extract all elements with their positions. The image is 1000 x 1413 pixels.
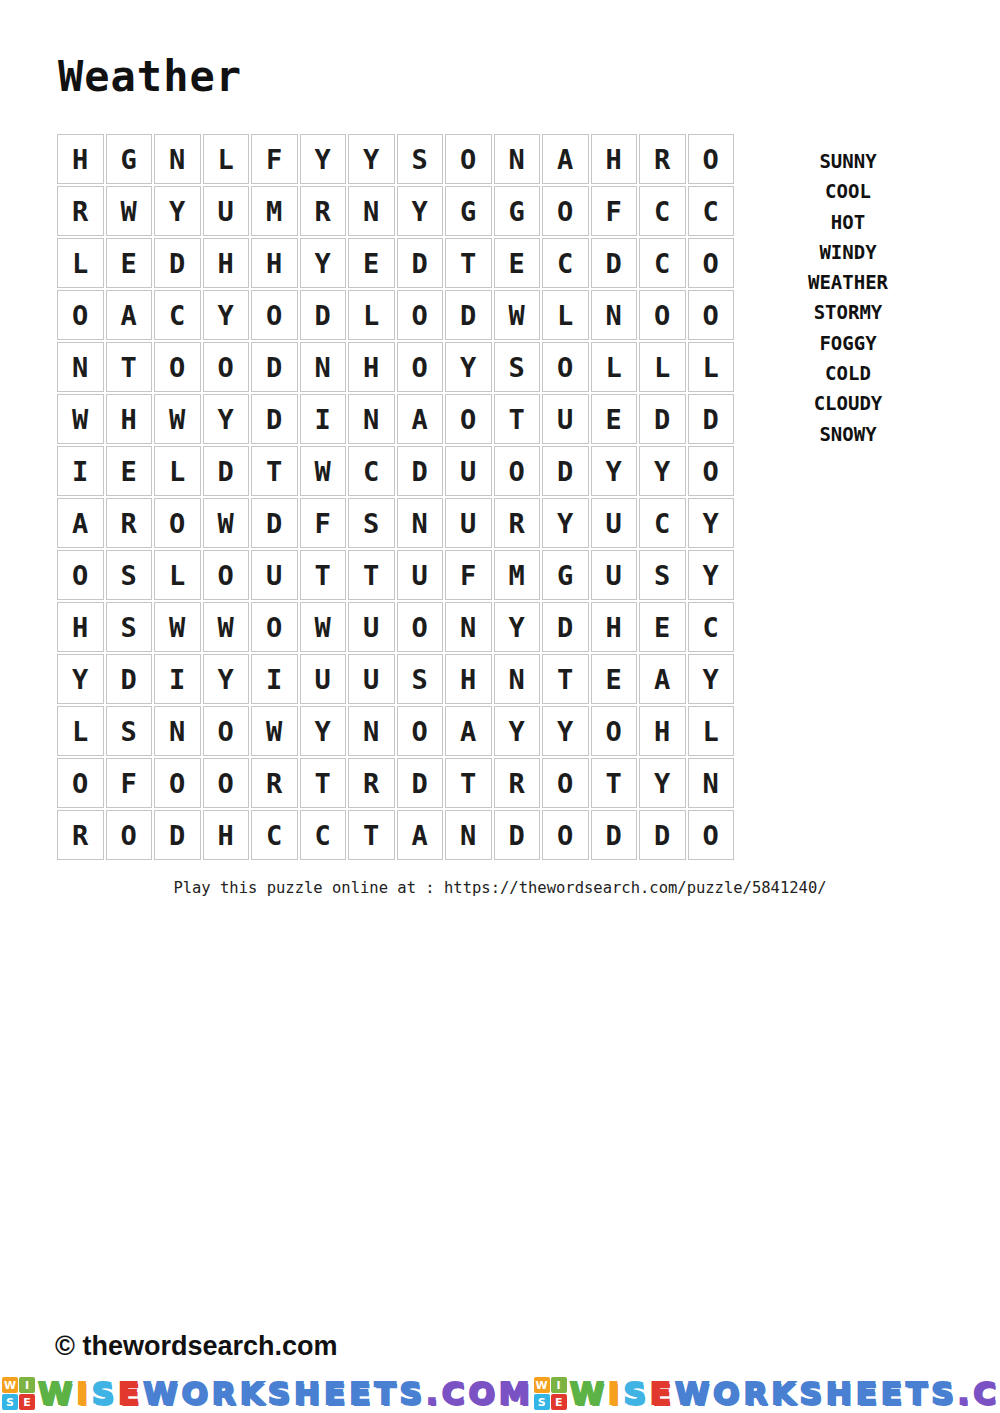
logo-square-i: I bbox=[551, 1377, 567, 1393]
brand-letter: K bbox=[240, 1375, 268, 1411]
grid-cell[interactable]: Y bbox=[154, 186, 201, 236]
grid-cell[interactable]: U bbox=[591, 550, 638, 600]
grid-cell[interactable]: L bbox=[639, 342, 686, 392]
grid-cell[interactable]: E bbox=[494, 238, 541, 288]
grid-cell[interactable]: D bbox=[445, 290, 492, 340]
grid-cell[interactable]: W bbox=[203, 602, 250, 652]
grid-cell[interactable]: L bbox=[591, 342, 638, 392]
grid-cell[interactable]: C bbox=[639, 498, 686, 548]
grid-cell[interactable]: D bbox=[591, 810, 638, 860]
grid-cell[interactable]: S bbox=[397, 134, 444, 184]
grid-cell[interactable]: E bbox=[106, 446, 153, 496]
grid-cell[interactable]: R bbox=[494, 758, 541, 808]
grid-cell[interactable]: F bbox=[300, 498, 347, 548]
grid-cell[interactable]: F bbox=[445, 550, 492, 600]
grid-cell[interactable]: O bbox=[57, 758, 104, 808]
brand-letter: R bbox=[743, 1375, 771, 1411]
grid-cell[interactable]: N bbox=[154, 134, 201, 184]
brand-letter: O bbox=[181, 1375, 211, 1411]
grid-cell[interactable]: Y bbox=[300, 238, 347, 288]
grid-cell[interactable]: O bbox=[494, 446, 541, 496]
grid-cell[interactable]: T bbox=[445, 238, 492, 288]
brand-letter: T bbox=[906, 1375, 931, 1411]
grid-cell[interactable]: O bbox=[154, 342, 201, 392]
grid-cell[interactable]: C bbox=[300, 810, 347, 860]
word-list: SUNNYCOOLHOTWINDYWEATHERSTORMYFOGGYCOLDC… bbox=[742, 146, 954, 449]
grid-cell[interactable]: Y bbox=[445, 342, 492, 392]
grid-cell[interactable]: S bbox=[106, 602, 153, 652]
grid-cell[interactable]: L bbox=[203, 134, 250, 184]
brand-letter: S bbox=[400, 1375, 426, 1411]
grid-cell[interactable]: L bbox=[348, 290, 395, 340]
grid-cell[interactable]: D bbox=[154, 238, 201, 288]
grid-cell[interactable]: H bbox=[57, 134, 104, 184]
grid-cell[interactable]: Y bbox=[57, 654, 104, 704]
grid-cell[interactable]: E bbox=[106, 238, 153, 288]
grid-cell[interactable]: D bbox=[251, 498, 298, 548]
grid-cell[interactable]: I bbox=[154, 654, 201, 704]
grid-cell[interactable]: D bbox=[203, 446, 250, 496]
grid-cell[interactable]: F bbox=[106, 758, 153, 808]
grid-cell[interactable]: O bbox=[251, 290, 298, 340]
grid-cell[interactable]: Y bbox=[348, 134, 395, 184]
brand-letter: E bbox=[856, 1375, 881, 1411]
grid-cell[interactable]: Y bbox=[300, 134, 347, 184]
grid-cell[interactable]: O bbox=[57, 550, 104, 600]
grid-cell[interactable]: O bbox=[445, 394, 492, 444]
grid-cell[interactable]: D bbox=[542, 602, 589, 652]
grid-cell[interactable]: W bbox=[203, 498, 250, 548]
word-list-item: STORMY bbox=[742, 297, 954, 327]
grid-cell[interactable]: O bbox=[688, 446, 735, 496]
grid-cell[interactable]: S bbox=[106, 706, 153, 756]
brand-wordmark: WISEWORKSHEETS.COM bbox=[570, 1374, 1000, 1413]
brand-letter: H bbox=[294, 1375, 324, 1411]
grid-cell[interactable]: H bbox=[445, 654, 492, 704]
grid-cell[interactable]: D bbox=[397, 446, 444, 496]
grid-cell[interactable]: A bbox=[397, 810, 444, 860]
grid-cell[interactable]: N bbox=[445, 602, 492, 652]
word-list-item: FOGGY bbox=[742, 328, 954, 358]
grid-cell[interactable]: I bbox=[251, 654, 298, 704]
grid-cell[interactable]: Y bbox=[688, 550, 735, 600]
grid-cell[interactable]: U bbox=[348, 602, 395, 652]
grid-cell[interactable]: G bbox=[106, 134, 153, 184]
grid-cell[interactable]: E bbox=[591, 394, 638, 444]
grid-cell[interactable]: O bbox=[57, 290, 104, 340]
grid-cell[interactable]: R bbox=[251, 758, 298, 808]
brand-letter: R bbox=[212, 1375, 240, 1411]
grid-cell[interactable]: Y bbox=[591, 446, 638, 496]
logo-square-e: E bbox=[19, 1394, 35, 1410]
grid-cell[interactable]: L bbox=[542, 290, 589, 340]
grid-cell[interactable]: O bbox=[203, 706, 250, 756]
brand-letter: W bbox=[143, 1375, 181, 1411]
grid-cell[interactable]: M bbox=[494, 550, 541, 600]
grid-cell[interactable]: N bbox=[494, 134, 541, 184]
grid-cell[interactable]: T bbox=[542, 654, 589, 704]
grid-cell[interactable]: O bbox=[542, 186, 589, 236]
grid-cell[interactable]: O bbox=[397, 290, 444, 340]
grid-cell[interactable]: D bbox=[106, 654, 153, 704]
grid-cell[interactable]: N bbox=[154, 706, 201, 756]
brand-letter: S bbox=[268, 1375, 294, 1411]
grid-cell[interactable]: R bbox=[300, 186, 347, 236]
word-list-item: COLD bbox=[742, 358, 954, 388]
grid-cell[interactable]: O bbox=[445, 134, 492, 184]
grid-cell[interactable]: U bbox=[445, 446, 492, 496]
word-list-item: WEATHER bbox=[742, 267, 954, 297]
grid-cell[interactable]: I bbox=[300, 394, 347, 444]
grid-cell[interactable]: Y bbox=[542, 498, 589, 548]
grid-cell[interactable]: T bbox=[445, 758, 492, 808]
grid-cell[interactable]: R bbox=[348, 758, 395, 808]
grid-cell[interactable]: D bbox=[397, 238, 444, 288]
grid-cell[interactable]: I bbox=[57, 446, 104, 496]
grid-cell[interactable]: N bbox=[348, 706, 395, 756]
grid-cell[interactable]: T bbox=[348, 550, 395, 600]
grid-cell[interactable]: G bbox=[494, 186, 541, 236]
grid-cell[interactable]: Y bbox=[300, 706, 347, 756]
grid-cell[interactable]: Y bbox=[494, 706, 541, 756]
wiseworksheets-brand[interactable]: WISEWISEWORKSHEETS.COM bbox=[534, 1374, 1000, 1413]
grid-cell[interactable]: U bbox=[445, 498, 492, 548]
grid-cell[interactable]: U bbox=[300, 654, 347, 704]
grid-cell[interactable]: N bbox=[348, 186, 395, 236]
brand-letter: C bbox=[973, 1375, 1000, 1411]
grid-cell[interactable]: Y bbox=[494, 602, 541, 652]
grid-cell[interactable]: Y bbox=[203, 290, 250, 340]
grid-cell[interactable]: A bbox=[542, 134, 589, 184]
brand-letter: S bbox=[799, 1375, 825, 1411]
grid-cell[interactable]: O bbox=[688, 290, 735, 340]
brand-letter: . bbox=[958, 1375, 974, 1411]
grid-cell[interactable]: D bbox=[591, 238, 638, 288]
grid-cell[interactable]: D bbox=[251, 394, 298, 444]
grid-cell[interactable]: C bbox=[688, 186, 735, 236]
grid-cell[interactable]: W bbox=[300, 602, 347, 652]
brand-letter: E bbox=[349, 1375, 374, 1411]
brand-letter: W bbox=[675, 1375, 713, 1411]
word-list-item: WINDY bbox=[742, 237, 954, 267]
brand-letter: W bbox=[38, 1375, 76, 1411]
logo-square-i: I bbox=[19, 1377, 35, 1393]
grid-cell[interactable]: H bbox=[203, 238, 250, 288]
puzzle-url-link[interactable]: https://thewordsearch.com/puzzle/5841240… bbox=[444, 879, 827, 897]
grid-cell[interactable]: O bbox=[542, 342, 589, 392]
grid-cell[interactable]: R bbox=[57, 186, 104, 236]
brand-letter: E bbox=[324, 1375, 349, 1411]
grid-cell[interactable]: O bbox=[203, 550, 250, 600]
grid-cell[interactable]: O bbox=[688, 134, 735, 184]
grid-cell[interactable]: H bbox=[348, 342, 395, 392]
grid-cell[interactable]: H bbox=[203, 810, 250, 860]
grid-cell[interactable]: H bbox=[591, 602, 638, 652]
grid-cell[interactable]: D bbox=[542, 446, 589, 496]
grid-cell[interactable]: T bbox=[494, 394, 541, 444]
grid-cell[interactable]: A bbox=[106, 290, 153, 340]
word-list-item: HOT bbox=[742, 207, 954, 237]
grid-cell[interactable]: E bbox=[348, 238, 395, 288]
logo-square-s: S bbox=[534, 1394, 550, 1410]
grid-cell[interactable]: O bbox=[397, 706, 444, 756]
grid-cell[interactable]: O bbox=[154, 758, 201, 808]
grid-cell[interactable]: H bbox=[639, 706, 686, 756]
grid-cell[interactable]: O bbox=[106, 810, 153, 860]
grid-cell[interactable]: S bbox=[397, 654, 444, 704]
grid-cell[interactable]: L bbox=[57, 706, 104, 756]
grid-cell[interactable]: W bbox=[251, 706, 298, 756]
grid-cell[interactable]: L bbox=[154, 550, 201, 600]
word-list-item: CLOUDY bbox=[742, 388, 954, 418]
grid-cell[interactable]: Y bbox=[397, 186, 444, 236]
grid-cell[interactable]: L bbox=[154, 446, 201, 496]
grid-cell[interactable]: F bbox=[591, 186, 638, 236]
brand-letter: K bbox=[771, 1375, 799, 1411]
word-list-item: SUNNY bbox=[742, 146, 954, 176]
brand-letter: O bbox=[468, 1375, 498, 1411]
brand-letter: S bbox=[92, 1375, 118, 1411]
logo-square-s: S bbox=[2, 1394, 18, 1410]
wiseworksheets-brand[interactable]: WISEWISEWORKSHEETS.COM bbox=[2, 1374, 534, 1413]
grid-cell[interactable]: W bbox=[154, 394, 201, 444]
brand-letter: S bbox=[931, 1375, 957, 1411]
grid-cell[interactable]: T bbox=[300, 550, 347, 600]
grid-cell[interactable]: T bbox=[300, 758, 347, 808]
grid-cell[interactable]: L bbox=[688, 706, 735, 756]
grid-cell[interactable]: R bbox=[57, 810, 104, 860]
grid-cell[interactable]: U bbox=[203, 186, 250, 236]
grid-cell[interactable]: H bbox=[591, 134, 638, 184]
grid-cell[interactable]: D bbox=[688, 394, 735, 444]
grid-cell[interactable]: A bbox=[57, 498, 104, 548]
grid-cell[interactable]: O bbox=[688, 810, 735, 860]
grid-cell[interactable]: Y bbox=[639, 758, 686, 808]
grid-cell[interactable]: A bbox=[639, 654, 686, 704]
wise-logo-icon: WISE bbox=[2, 1377, 35, 1410]
grid-cell[interactable]: A bbox=[445, 706, 492, 756]
grid-cell[interactable]: H bbox=[251, 238, 298, 288]
grid-cell[interactable]: C bbox=[639, 186, 686, 236]
footer-banner: WISEWISEWORKSHEETS.COMWISEWISEWORKSHEETS… bbox=[0, 1374, 1000, 1413]
grid-cell[interactable]: O bbox=[542, 810, 589, 860]
play-online-line: Play this puzzle online at : https://the… bbox=[0, 879, 1000, 897]
grid-cell[interactable]: O bbox=[397, 602, 444, 652]
grid-cell[interactable]: R bbox=[106, 498, 153, 548]
grid-cell[interactable]: N bbox=[688, 758, 735, 808]
grid-cell[interactable]: C bbox=[348, 446, 395, 496]
grid-cell[interactable]: C bbox=[154, 290, 201, 340]
grid-cell[interactable]: C bbox=[542, 238, 589, 288]
brand-letter: T bbox=[374, 1375, 399, 1411]
grid-cell[interactable]: Y bbox=[542, 706, 589, 756]
word-list-item: SNOWY bbox=[742, 419, 954, 449]
copyright-text: © thewordsearch.com bbox=[55, 1331, 337, 1362]
grid-cell[interactable]: O bbox=[203, 758, 250, 808]
brand-letter: E bbox=[118, 1375, 143, 1411]
grid-cell[interactable]: O bbox=[154, 498, 201, 548]
grid-cell[interactable]: U bbox=[591, 498, 638, 548]
grid-cell[interactable]: O bbox=[688, 238, 735, 288]
brand-wordmark: WISEWORKSHEETS.COM bbox=[38, 1374, 534, 1413]
word-list-item: COOL bbox=[742, 176, 954, 206]
brand-letter: W bbox=[570, 1375, 608, 1411]
play-online-label: Play this puzzle online at : bbox=[173, 879, 444, 897]
grid-cell[interactable]: U bbox=[542, 394, 589, 444]
grid-cell[interactable]: Y bbox=[639, 446, 686, 496]
brand-letter: E bbox=[650, 1375, 675, 1411]
brand-letter: E bbox=[881, 1375, 906, 1411]
grid-cell[interactable]: S bbox=[639, 550, 686, 600]
logo-square-e: E bbox=[551, 1394, 567, 1410]
grid-cell[interactable]: M bbox=[251, 186, 298, 236]
grid-cell[interactable]: T bbox=[251, 446, 298, 496]
brand-letter: H bbox=[826, 1375, 856, 1411]
grid-cell[interactable]: D bbox=[300, 290, 347, 340]
brand-letter: I bbox=[76, 1375, 92, 1411]
grid-cell[interactable]: Y bbox=[203, 654, 250, 704]
grid-cell[interactable]: C bbox=[639, 238, 686, 288]
logo-square-w: W bbox=[2, 1377, 18, 1393]
grid-cell[interactable]: D bbox=[639, 394, 686, 444]
grid-cell[interactable]: D bbox=[154, 810, 201, 860]
grid-cell[interactable]: A bbox=[397, 394, 444, 444]
grid-cell[interactable]: O bbox=[397, 342, 444, 392]
grid-cell[interactable]: U bbox=[397, 550, 444, 600]
grid-cell[interactable]: D bbox=[639, 810, 686, 860]
grid-cell[interactable]: N bbox=[348, 394, 395, 444]
page-title: Weather bbox=[58, 52, 242, 101]
brand-letter: O bbox=[713, 1375, 743, 1411]
brand-letter: C bbox=[442, 1375, 469, 1411]
grid-cell[interactable]: N bbox=[494, 654, 541, 704]
grid-cell[interactable]: O bbox=[591, 706, 638, 756]
grid-cell[interactable]: W bbox=[106, 186, 153, 236]
grid-cell[interactable]: S bbox=[348, 498, 395, 548]
grid-cell[interactable]: U bbox=[251, 550, 298, 600]
grid-cell[interactable]: H bbox=[106, 394, 153, 444]
grid-cell[interactable]: R bbox=[639, 134, 686, 184]
grid-cell[interactable]: H bbox=[57, 602, 104, 652]
grid-cell[interactable]: D bbox=[251, 342, 298, 392]
grid-cell[interactable]: Y bbox=[688, 654, 735, 704]
brand-letter: S bbox=[623, 1375, 649, 1411]
grid-cell[interactable]: N bbox=[591, 290, 638, 340]
grid-cell[interactable]: O bbox=[251, 602, 298, 652]
brand-letter: M bbox=[499, 1375, 534, 1411]
grid-cell[interactable]: T bbox=[348, 810, 395, 860]
grid-cell[interactable]: W bbox=[154, 602, 201, 652]
brand-letter: I bbox=[608, 1375, 624, 1411]
grid-cell[interactable]: W bbox=[57, 394, 104, 444]
grid-cell[interactable]: S bbox=[494, 342, 541, 392]
grid-cell[interactable]: W bbox=[494, 290, 541, 340]
grid-cell[interactable]: E bbox=[639, 602, 686, 652]
grid-cell[interactable]: N bbox=[57, 342, 104, 392]
grid-cell[interactable]: C bbox=[688, 602, 735, 652]
logo-square-w: W bbox=[534, 1377, 550, 1393]
grid-cell[interactable]: G bbox=[542, 550, 589, 600]
grid-cell[interactable]: F bbox=[251, 134, 298, 184]
grid-cell[interactable]: O bbox=[203, 342, 250, 392]
grid-cell[interactable]: G bbox=[445, 186, 492, 236]
wise-logo-icon: WISE bbox=[534, 1377, 567, 1410]
grid-cell[interactable]: N bbox=[397, 498, 444, 548]
brand-letter: . bbox=[426, 1375, 442, 1411]
grid-cell[interactable]: L bbox=[57, 238, 104, 288]
grid-cell[interactable]: Y bbox=[203, 394, 250, 444]
grid-cell[interactable]: T bbox=[106, 342, 153, 392]
grid-cell[interactable]: O bbox=[542, 758, 589, 808]
grid-cell[interactable]: S bbox=[106, 550, 153, 600]
grid-cell[interactable]: C bbox=[251, 810, 298, 860]
grid-cell[interactable]: D bbox=[397, 758, 444, 808]
grid-cell[interactable]: L bbox=[688, 342, 735, 392]
grid-cell[interactable]: T bbox=[591, 758, 638, 808]
grid-cell[interactable]: R bbox=[494, 498, 541, 548]
word-search-grid: HGNLFYYSONAHRORWYUMRNYGGOFCCLEDHHYEDTECD… bbox=[57, 134, 734, 860]
grid-cell[interactable]: O bbox=[639, 290, 686, 340]
grid-cell[interactable]: W bbox=[300, 446, 347, 496]
grid-cell[interactable]: U bbox=[348, 654, 395, 704]
grid-cell[interactable]: N bbox=[445, 810, 492, 860]
grid-cell[interactable]: E bbox=[591, 654, 638, 704]
grid-cell[interactable]: D bbox=[494, 810, 541, 860]
grid-cell[interactable]: N bbox=[300, 342, 347, 392]
grid-cell[interactable]: Y bbox=[688, 498, 735, 548]
